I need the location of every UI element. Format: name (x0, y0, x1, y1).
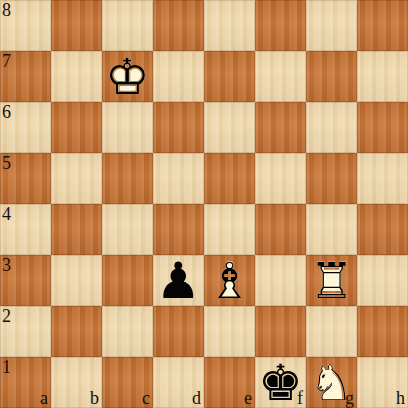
square-g5[interactable] (306, 153, 357, 204)
rank-label-5: 5 (2, 154, 11, 172)
square-f5[interactable] (255, 153, 306, 204)
white-rook-outline-glyph: ♖ (306, 255, 357, 306)
square-b7[interactable] (51, 51, 102, 102)
square-h5[interactable] (357, 153, 408, 204)
white-king-outline-glyph: ♔ (102, 51, 153, 102)
square-a6[interactable]: 6 (0, 102, 51, 153)
square-c3[interactable] (102, 255, 153, 306)
rank-label-1: 1 (2, 358, 11, 376)
square-b8[interactable] (51, 0, 102, 51)
rank-label-3: 3 (2, 256, 11, 274)
square-e1[interactable]: e (204, 357, 255, 408)
square-b5[interactable] (51, 153, 102, 204)
square-a1[interactable]: 1a (0, 357, 51, 408)
rank-label-6: 6 (2, 103, 11, 121)
square-e5[interactable] (204, 153, 255, 204)
white-king-c7[interactable]: ♚♔ (102, 51, 153, 102)
square-g4[interactable] (306, 204, 357, 255)
square-c6[interactable] (102, 102, 153, 153)
square-c1[interactable]: c (102, 357, 153, 408)
square-f7[interactable] (255, 51, 306, 102)
square-b4[interactable] (51, 204, 102, 255)
square-f8[interactable] (255, 0, 306, 51)
square-b2[interactable] (51, 306, 102, 357)
square-d2[interactable] (153, 306, 204, 357)
square-c7[interactable]: ♚♔ (102, 51, 153, 102)
square-a2[interactable]: 2 (0, 306, 51, 357)
square-d8[interactable] (153, 0, 204, 51)
square-e2[interactable] (204, 306, 255, 357)
file-label-a: a (40, 389, 48, 407)
square-g8[interactable] (306, 0, 357, 51)
square-e7[interactable] (204, 51, 255, 102)
square-c8[interactable] (102, 0, 153, 51)
square-f1[interactable]: f♚ (255, 357, 306, 408)
square-f2[interactable] (255, 306, 306, 357)
white-bishop-outline-glyph: ♗ (204, 255, 255, 306)
square-b1[interactable]: b (51, 357, 102, 408)
square-b6[interactable] (51, 102, 102, 153)
square-c5[interactable] (102, 153, 153, 204)
file-label-c: c (142, 389, 150, 407)
square-g1[interactable]: g♞♘ (306, 357, 357, 408)
square-a5[interactable]: 5 (0, 153, 51, 204)
rank-label-7: 7 (2, 52, 11, 70)
square-d4[interactable] (153, 204, 204, 255)
file-label-h: h (396, 389, 405, 407)
square-f3[interactable] (255, 255, 306, 306)
square-g2[interactable] (306, 306, 357, 357)
square-g7[interactable] (306, 51, 357, 102)
square-h1[interactable]: h (357, 357, 408, 408)
black-pawn-d3[interactable]: ♟ (153, 255, 204, 306)
square-h2[interactable] (357, 306, 408, 357)
black-pawn-fill-glyph: ♟ (153, 255, 204, 306)
rank-label-2: 2 (2, 307, 11, 325)
square-h8[interactable] (357, 0, 408, 51)
square-a3[interactable]: 3 (0, 255, 51, 306)
square-a7[interactable]: 7 (0, 51, 51, 102)
rank-label-8: 8 (2, 1, 11, 19)
file-label-e: e (244, 389, 252, 407)
square-d5[interactable] (153, 153, 204, 204)
square-g6[interactable] (306, 102, 357, 153)
square-h4[interactable] (357, 204, 408, 255)
square-e8[interactable] (204, 0, 255, 51)
square-f4[interactable] (255, 204, 306, 255)
square-d3[interactable]: ♟ (153, 255, 204, 306)
chess-board: 87♚♔6543♟♝♗♜♖21abcdef♚g♞♘h (0, 0, 408, 408)
square-c4[interactable] (102, 204, 153, 255)
file-label-g: g (345, 389, 354, 407)
square-h7[interactable] (357, 51, 408, 102)
square-e4[interactable] (204, 204, 255, 255)
square-h3[interactable] (357, 255, 408, 306)
square-g3[interactable]: ♜♖ (306, 255, 357, 306)
square-a4[interactable]: 4 (0, 204, 51, 255)
square-a8[interactable]: 8 (0, 0, 51, 51)
square-b3[interactable] (51, 255, 102, 306)
square-c2[interactable] (102, 306, 153, 357)
square-e6[interactable] (204, 102, 255, 153)
white-rook-g3[interactable]: ♜♖ (306, 255, 357, 306)
rank-label-4: 4 (2, 205, 11, 223)
file-label-d: d (192, 389, 201, 407)
square-h6[interactable] (357, 102, 408, 153)
file-label-f: f (297, 389, 303, 407)
square-e3[interactable]: ♝♗ (204, 255, 255, 306)
square-f6[interactable] (255, 102, 306, 153)
white-bishop-e3[interactable]: ♝♗ (204, 255, 255, 306)
square-d7[interactable] (153, 51, 204, 102)
square-d1[interactable]: d (153, 357, 204, 408)
file-label-b: b (90, 389, 99, 407)
square-d6[interactable] (153, 102, 204, 153)
